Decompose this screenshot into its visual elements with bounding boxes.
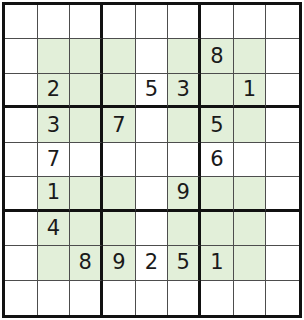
cell-r7c9[interactable] — [266, 212, 299, 246]
cell-r7c1[interactable] — [5, 212, 38, 246]
cell-r4c1[interactable] — [5, 108, 38, 142]
sudoku-board: 825313757619489251 — [2, 2, 302, 318]
cell-r1c2[interactable] — [38, 5, 71, 39]
cell-r6c3[interactable] — [70, 177, 103, 211]
cell-r3c2[interactable]: 2 — [38, 74, 71, 108]
cell-r3c3[interactable] — [70, 74, 103, 108]
cell-r7c7[interactable] — [201, 212, 234, 246]
cell-r7c3[interactable] — [70, 212, 103, 246]
cell-r9c4[interactable] — [103, 281, 136, 315]
cell-r6c8[interactable] — [234, 177, 267, 211]
cell-r1c1[interactable] — [5, 5, 38, 39]
cell-r5c1[interactable] — [5, 143, 38, 177]
cell-r5c8[interactable] — [234, 143, 267, 177]
cell-r8c9[interactable] — [266, 246, 299, 280]
cell-r2c7[interactable]: 8 — [201, 39, 234, 73]
cell-r8c1[interactable] — [5, 246, 38, 280]
cell-r9c6[interactable] — [168, 281, 201, 315]
cell-r8c7[interactable]: 1 — [201, 246, 234, 280]
cell-r4c6[interactable] — [168, 108, 201, 142]
cell-r2c5[interactable] — [136, 39, 169, 73]
cell-r7c6[interactable] — [168, 212, 201, 246]
cell-r5c2[interactable]: 7 — [38, 143, 71, 177]
cell-r8c4[interactable]: 9 — [103, 246, 136, 280]
cell-r3c8[interactable]: 1 — [234, 74, 267, 108]
cell-r9c9[interactable] — [266, 281, 299, 315]
cell-r2c2[interactable] — [38, 39, 71, 73]
cell-r7c4[interactable] — [103, 212, 136, 246]
cell-r3c6[interactable]: 3 — [168, 74, 201, 108]
cell-r4c9[interactable] — [266, 108, 299, 142]
cell-r7c5[interactable] — [136, 212, 169, 246]
cell-r4c3[interactable] — [70, 108, 103, 142]
cell-r8c3[interactable]: 8 — [70, 246, 103, 280]
cell-r9c3[interactable] — [70, 281, 103, 315]
cell-r7c8[interactable] — [234, 212, 267, 246]
cell-r4c5[interactable] — [136, 108, 169, 142]
cell-r6c9[interactable] — [266, 177, 299, 211]
cell-r1c3[interactable] — [70, 5, 103, 39]
cell-r5c7[interactable]: 6 — [201, 143, 234, 177]
cell-r8c8[interactable] — [234, 246, 267, 280]
cell-r5c3[interactable] — [70, 143, 103, 177]
cell-r1c7[interactable] — [201, 5, 234, 39]
cell-r9c1[interactable] — [5, 281, 38, 315]
cell-r2c4[interactable] — [103, 39, 136, 73]
cell-r4c2[interactable]: 3 — [38, 108, 71, 142]
cell-r3c7[interactable] — [201, 74, 234, 108]
cell-r8c5[interactable]: 2 — [136, 246, 169, 280]
cell-r2c1[interactable] — [5, 39, 38, 73]
cell-r6c2[interactable]: 1 — [38, 177, 71, 211]
sudoku-page: 825313757619489251 — [0, 0, 304, 320]
cell-r6c7[interactable] — [201, 177, 234, 211]
cell-r9c8[interactable] — [234, 281, 267, 315]
cell-r9c7[interactable] — [201, 281, 234, 315]
cell-r5c9[interactable] — [266, 143, 299, 177]
cell-r3c4[interactable] — [103, 74, 136, 108]
cell-r4c4[interactable]: 7 — [103, 108, 136, 142]
cell-r9c5[interactable] — [136, 281, 169, 315]
cell-r3c5[interactable]: 5 — [136, 74, 169, 108]
cell-r9c2[interactable] — [38, 281, 71, 315]
cell-r6c1[interactable] — [5, 177, 38, 211]
cell-r2c3[interactable] — [70, 39, 103, 73]
cell-r8c6[interactable]: 5 — [168, 246, 201, 280]
cell-r1c6[interactable] — [168, 5, 201, 39]
cell-r5c4[interactable] — [103, 143, 136, 177]
cell-r4c8[interactable] — [234, 108, 267, 142]
cell-r5c5[interactable] — [136, 143, 169, 177]
cell-r6c6[interactable]: 9 — [168, 177, 201, 211]
cell-r1c5[interactable] — [136, 5, 169, 39]
cell-r6c4[interactable] — [103, 177, 136, 211]
cell-r2c8[interactable] — [234, 39, 267, 73]
cell-r7c2[interactable]: 4 — [38, 212, 71, 246]
cell-r6c5[interactable] — [136, 177, 169, 211]
cell-r8c2[interactable] — [38, 246, 71, 280]
cell-r2c6[interactable] — [168, 39, 201, 73]
cell-r4c7[interactable]: 5 — [201, 108, 234, 142]
cell-r3c9[interactable] — [266, 74, 299, 108]
cell-r1c4[interactable] — [103, 5, 136, 39]
cell-r1c8[interactable] — [234, 5, 267, 39]
cell-r3c1[interactable] — [5, 74, 38, 108]
cell-r2c9[interactable] — [266, 39, 299, 73]
cell-r5c6[interactable] — [168, 143, 201, 177]
cell-r1c9[interactable] — [266, 5, 299, 39]
